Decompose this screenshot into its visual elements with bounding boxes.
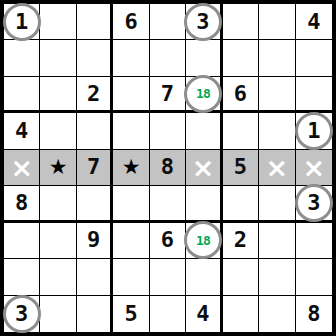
cell-r6c4[interactable] [113,186,149,222]
cell-r8c1[interactable] [4,259,40,295]
given-digit: 5 [234,156,247,178]
cell-r4c6[interactable] [186,113,222,149]
cell-r3c7[interactable]: 6 [223,77,259,113]
cell-r9c6[interactable]: 4 [186,296,222,332]
given-digit: 8 [161,156,174,178]
cell-r2c3[interactable] [77,40,113,76]
cell-r4c9[interactable]: 1 [296,113,332,149]
cell-r8c8[interactable] [259,259,295,295]
cell-r4c2[interactable] [40,113,76,149]
cell-r4c8[interactable] [259,113,295,149]
cell-r6c8[interactable] [259,186,295,222]
cell-r1c3[interactable] [77,4,113,40]
cell-r9c7[interactable] [223,296,259,332]
circled-value: 3 [15,303,28,325]
cell-r4c5[interactable] [150,113,186,149]
cell-r9c1[interactable]: 3 [4,296,40,332]
cell-r9c5[interactable] [150,296,186,332]
cell-r1c6[interactable]: 3 [186,4,222,40]
given-digit: 4 [196,303,209,325]
cell-r5c7[interactable]: 5 [223,150,259,186]
cell-r6c7[interactable] [223,186,259,222]
cell-r7c1[interactable] [4,223,40,259]
cell-r6c5[interactable] [150,186,186,222]
sudoku-board: 16342718641×★7★8×5××83961823548 [0,0,336,336]
cell-r3c6[interactable]: 18 [186,77,222,113]
cell-r1c1[interactable]: 1 [4,4,40,40]
cell-r8c2[interactable] [40,259,76,295]
cell-r1c9[interactable]: 4 [296,4,332,40]
given-digit: 8 [307,303,320,325]
cell-r7c7[interactable]: 2 [223,223,259,259]
circled-value: 1 [307,120,320,142]
cell-r8c7[interactable] [223,259,259,295]
given-digit: 6 [234,83,247,105]
cell-r7c8[interactable] [259,223,295,259]
cell-r2c2[interactable] [40,40,76,76]
cell-r4c4[interactable] [113,113,149,149]
cell-r2c1[interactable] [4,40,40,76]
cell-r9c8[interactable] [259,296,295,332]
circled-value: 3 [196,11,209,33]
cell-r1c2[interactable] [40,4,76,40]
cell-r3c4[interactable] [113,77,149,113]
cell-r5c1[interactable]: × [4,150,40,186]
cell-r7c5[interactable]: 6 [150,223,186,259]
cell-r1c5[interactable] [150,4,186,40]
given-digit: 2 [234,229,247,251]
cell-r4c7[interactable] [223,113,259,149]
cell-r2c5[interactable] [150,40,186,76]
cell-r9c3[interactable] [77,296,113,332]
circled-value: 18 [196,87,210,100]
cell-r6c1[interactable]: 8 [4,186,40,222]
cell-r2c6[interactable] [186,40,222,76]
cell-r6c6[interactable] [186,186,222,222]
cell-r3c5[interactable]: 7 [150,77,186,113]
cell-r9c2[interactable] [40,296,76,332]
cell-r8c9[interactable] [296,259,332,295]
given-digit: 7 [161,83,174,105]
x-mark: × [10,154,33,181]
circled-value: 3 [307,192,320,214]
cell-r1c8[interactable] [259,4,295,40]
cell-r5c9[interactable]: × [296,150,332,186]
cell-r9c9[interactable]: 8 [296,296,332,332]
given-digit: 9 [87,229,100,251]
cell-r6c3[interactable] [77,186,113,222]
cell-r3c9[interactable] [296,77,332,113]
cell-r8c6[interactable] [186,259,222,295]
cell-r7c4[interactable] [113,223,149,259]
cell-r8c5[interactable] [150,259,186,295]
cell-r4c1[interactable]: 4 [4,113,40,149]
given-digit: 8 [15,192,28,214]
x-mark: × [266,154,289,181]
cell-r1c4[interactable]: 6 [113,4,149,40]
cell-r5c6[interactable]: × [186,150,222,186]
cell-r5c8[interactable]: × [259,150,295,186]
cell-r3c3[interactable]: 2 [77,77,113,113]
x-mark: × [302,154,325,181]
circled-value: 18 [196,234,210,247]
given-digit: 4 [307,11,320,33]
cell-r7c3[interactable]: 9 [77,223,113,259]
cell-r2c7[interactable] [223,40,259,76]
cell-r5c5[interactable]: 8 [150,150,186,186]
given-digit: 6 [161,229,174,251]
cell-r3c1[interactable] [4,77,40,113]
cell-r3c8[interactable] [259,77,295,113]
given-digit: 7 [87,156,100,178]
given-digit: 5 [124,303,137,325]
circled-value: 1 [15,11,28,33]
cell-r8c4[interactable] [113,259,149,295]
cell-r5c2[interactable]: ★ [40,150,76,186]
cell-r3c2[interactable] [40,77,76,113]
cell-r7c6[interactable]: 18 [186,223,222,259]
star-mark: ★ [49,157,68,178]
star-mark: ★ [122,157,141,178]
cell-r2c8[interactable] [259,40,295,76]
cell-r9c4[interactable]: 5 [113,296,149,332]
cell-r6c2[interactable] [40,186,76,222]
x-mark: × [192,154,215,181]
given-digit: 2 [87,83,100,105]
cell-r4c3[interactable] [77,113,113,149]
given-digit: 4 [15,120,28,142]
cell-r7c9[interactable] [296,223,332,259]
cell-r2c4[interactable] [113,40,149,76]
given-digit: 6 [124,11,137,33]
cell-r5c4[interactable]: ★ [113,150,149,186]
cell-r5c3[interactable]: 7 [77,150,113,186]
cell-r8c3[interactable] [77,259,113,295]
cell-r2c9[interactable] [296,40,332,76]
cell-r6c9[interactable]: 3 [296,186,332,222]
cell-r7c2[interactable] [40,223,76,259]
cell-r1c7[interactable] [223,4,259,40]
